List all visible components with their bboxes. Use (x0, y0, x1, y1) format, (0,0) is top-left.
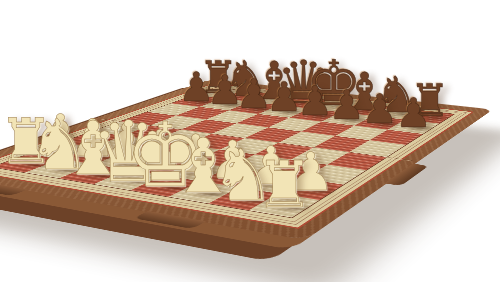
board-foot (134, 211, 206, 229)
board-border (0, 83, 474, 229)
perspective-container (0, 0, 500, 282)
board-foot (0, 181, 27, 196)
photo-background: ♜♞♝♛♚♝♞♜♟♟♟♟♟♟♟♟♟♟♟♟♟♟♟♟♜♞♝♛♚♝♞♜ (0, 0, 500, 282)
chess-set-scene: ♜♞♝♛♚♝♞♜♟♟♟♟♟♟♟♟♟♟♟♟♟♟♟♟♜♞♝♛♚♝♞♜ (0, 0, 500, 282)
board-base (0, 79, 493, 240)
chess-board (0, 87, 455, 218)
